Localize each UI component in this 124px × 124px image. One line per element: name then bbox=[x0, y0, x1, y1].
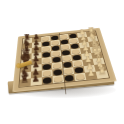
dark-piece-rook: ♜ bbox=[20, 75, 30, 86]
checker-natural bbox=[75, 74, 85, 81]
checker-natural bbox=[64, 68, 73, 74]
board-cell bbox=[53, 75, 65, 83]
board-rotation-wrap: ♜♟♟♜♞♟♟♞♝♟♟♝♛♟♟♛♚♟♟♚♝♟♟♝♞♟♟♞♜♟♟♜ bbox=[2, 0, 121, 124]
checker-black bbox=[63, 62, 72, 68]
board-cell: ♜ bbox=[96, 71, 109, 79]
light-piece-pawn: ♟ bbox=[87, 69, 96, 79]
board-cell bbox=[52, 62, 63, 69]
checker-black bbox=[65, 75, 75, 82]
checker-natural bbox=[54, 76, 63, 83]
checker-natural bbox=[53, 63, 62, 69]
checker-black bbox=[43, 77, 52, 84]
checker-natural bbox=[42, 47, 50, 52]
board-cell: ♜ bbox=[20, 79, 31, 87]
checker-natural bbox=[73, 61, 82, 67]
photo-stage: ♜♟♟♜♞♟♟♞♝♟♟♝♛♟♟♛♚♟♟♚♝♟♟♝♞♟♟♞♜♟♟♜ bbox=[0, 0, 124, 124]
checker-black bbox=[42, 52, 50, 57]
checker-black bbox=[52, 46, 60, 51]
product-photo-white-background: { "game": "chess-and-checkers-3in1-foldi… bbox=[0, 0, 124, 124]
checker-black bbox=[43, 64, 51, 70]
board-cell: ♟ bbox=[31, 77, 42, 85]
dark-piece-pawn: ♟ bbox=[31, 75, 40, 85]
board-cell bbox=[42, 76, 53, 84]
checker-black bbox=[71, 44, 79, 49]
light-piece-rook: ♜ bbox=[97, 66, 107, 77]
